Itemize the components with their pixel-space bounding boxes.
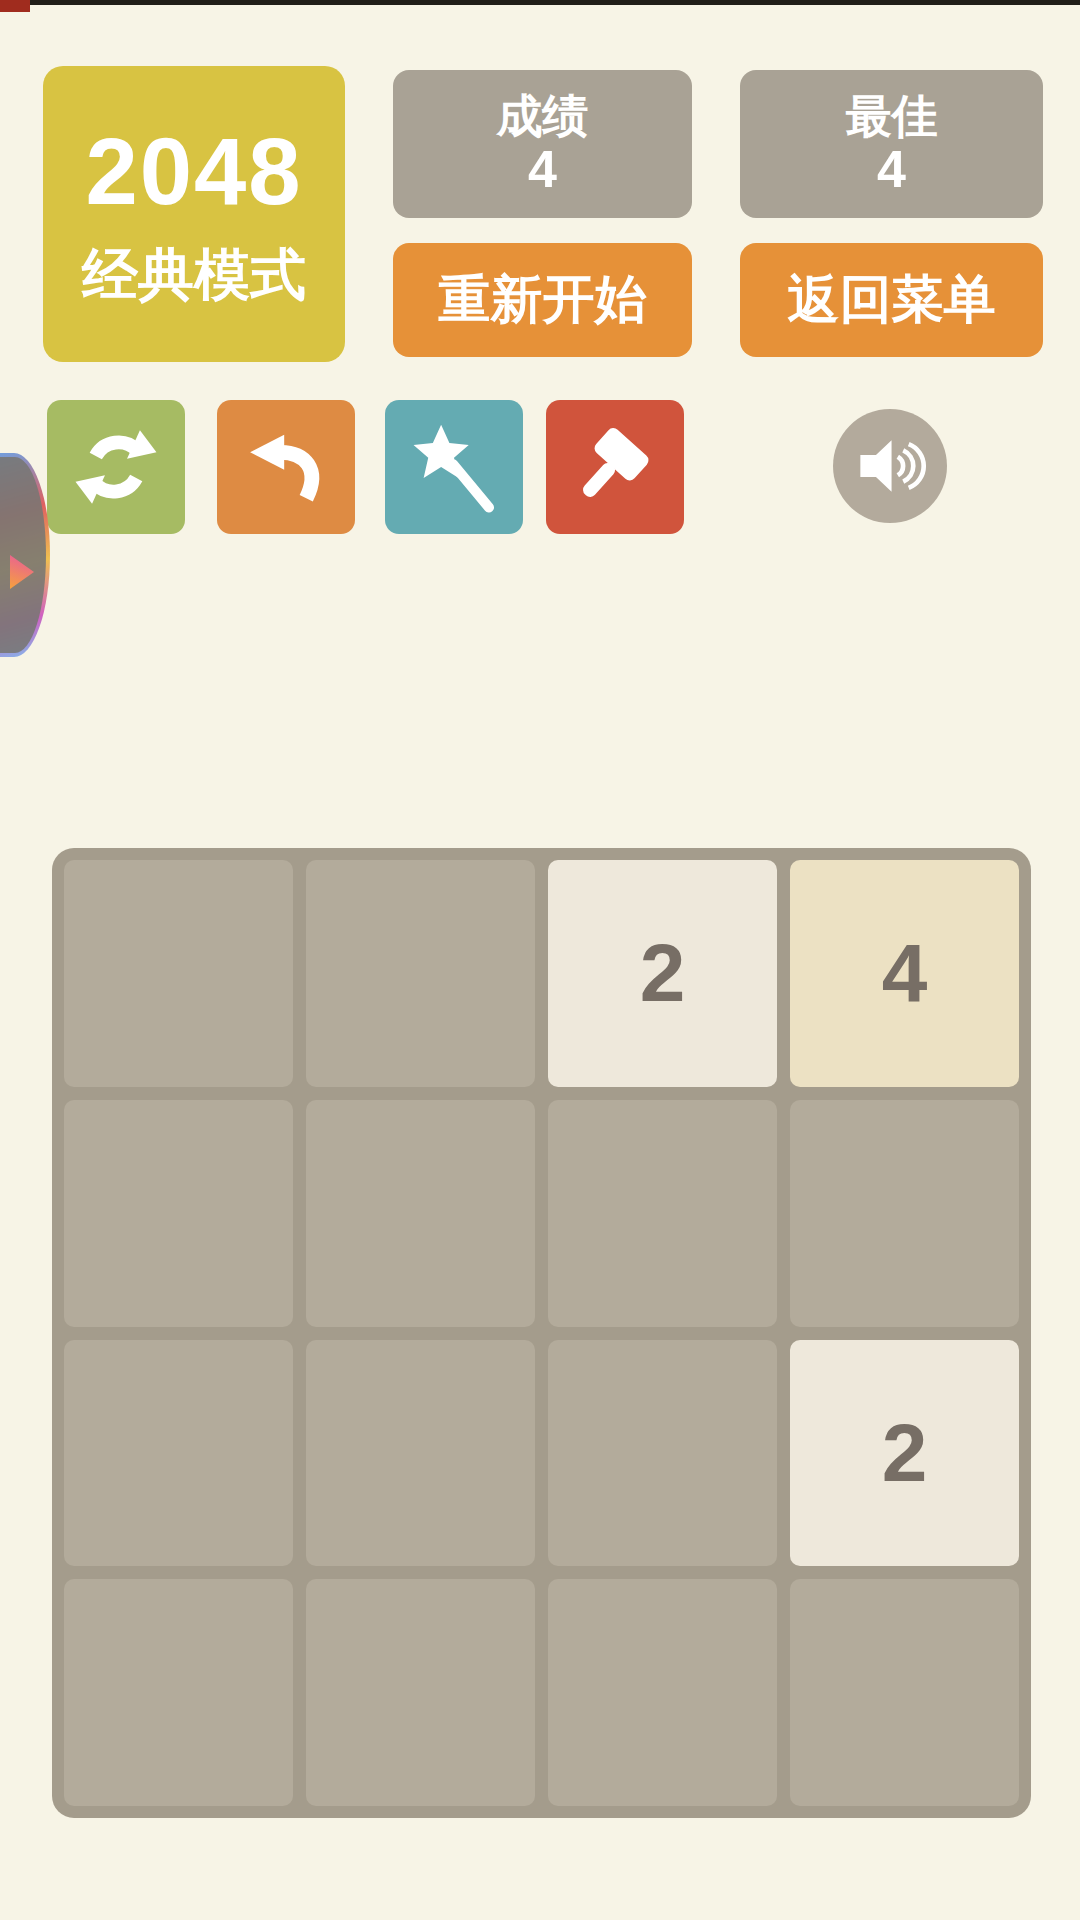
hammer-button[interactable] xyxy=(546,400,684,534)
cell-r3c3 xyxy=(548,1340,777,1567)
cell-r2c2 xyxy=(306,1100,535,1327)
cell-r1c1 xyxy=(64,860,293,1087)
board-grid[interactable]: 2 4 2 xyxy=(52,848,1031,1818)
refresh-cycle-icon xyxy=(70,421,162,513)
score-value: 4 xyxy=(528,143,557,195)
cell-r2c4 xyxy=(790,1100,1019,1327)
magic-wand-button[interactable] xyxy=(385,400,523,534)
refresh-button[interactable] xyxy=(47,400,185,534)
best-box: 最佳 4 xyxy=(740,70,1043,218)
title-tile: 2048 经典模式 xyxy=(43,66,345,362)
score-box: 成绩 4 xyxy=(393,70,692,218)
edge-handle-body xyxy=(0,457,46,653)
cell-r3c1 xyxy=(64,1340,293,1567)
cell-r4c1 xyxy=(64,1579,293,1806)
cell-r4c3 xyxy=(548,1579,777,1806)
best-label: 最佳 xyxy=(846,93,938,139)
magic-wand-icon xyxy=(408,421,500,513)
best-value: 4 xyxy=(877,143,906,195)
cell-r4c4 xyxy=(790,1579,1019,1806)
game-screen: 2048 经典模式 成绩 4 最佳 4 重新开始 返回菜单 xyxy=(0,0,1080,1920)
top-edge-red-marker xyxy=(0,0,30,12)
undo-button[interactable] xyxy=(217,400,355,534)
cell-r1c4: 4 xyxy=(790,860,1019,1087)
cell-r2c3 xyxy=(548,1100,777,1327)
undo-arrow-icon xyxy=(240,421,332,513)
game-title: 2048 xyxy=(85,125,302,219)
cell-r1c3: 2 xyxy=(548,860,777,1087)
cell-r4c2 xyxy=(306,1579,535,1806)
mode-label: 经典模式 xyxy=(82,247,306,303)
cell-r3c4: 2 xyxy=(790,1340,1019,1567)
restart-button[interactable]: 重新开始 xyxy=(393,243,692,357)
hammer-icon xyxy=(569,421,661,513)
cell-r3c2 xyxy=(306,1340,535,1567)
speaker-icon xyxy=(851,427,929,505)
sound-button[interactable] xyxy=(833,409,947,523)
score-label: 成绩 xyxy=(497,93,589,139)
back-to-menu-button[interactable]: 返回菜单 xyxy=(740,243,1043,357)
floating-edge-handle[interactable] xyxy=(0,453,50,657)
cell-r2c1 xyxy=(64,1100,293,1327)
top-edge-strip xyxy=(0,0,1080,5)
cell-r1c2 xyxy=(306,860,535,1087)
